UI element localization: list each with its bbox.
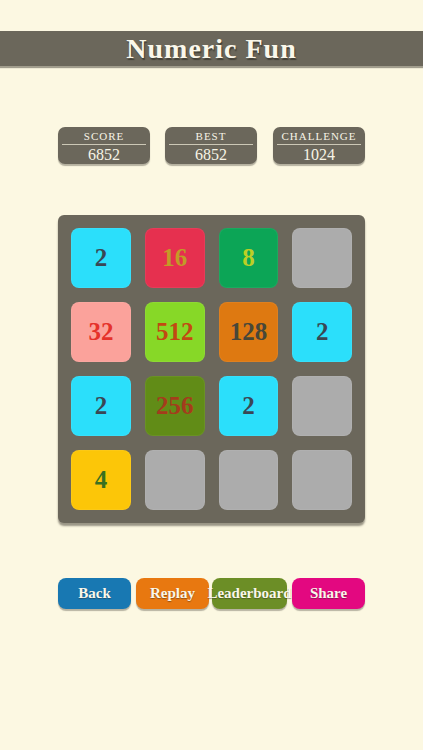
tile-r1c3: 8 [219,228,279,288]
best-value: 6852 [165,145,257,164]
challenge-label: CHALLENGE [277,128,361,145]
tile-r2c2: 512 [145,302,205,362]
score-label: SCORE [62,128,146,145]
back-button[interactable]: Back [58,578,131,609]
app-title: Numeric Fun [126,31,296,66]
best-label: BEST [169,128,253,145]
app-screen: Numeric Fun SCORE 6852 BEST 6852 CHALLEN… [0,0,423,750]
tile-r3c2: 256 [145,376,205,436]
best-box: BEST 6852 [165,127,257,164]
tile-r1c1: 2 [71,228,131,288]
score-box: SCORE 6852 [58,127,150,164]
game-board[interactable]: 2 16 8 32 512 128 2 2 256 2 4 [58,215,365,523]
challenge-box: CHALLENGE 1024 [273,127,365,164]
tile-r4c4 [292,450,352,510]
tile-r1c2: 16 [145,228,205,288]
tile-r1c4 [292,228,352,288]
tile-r4c1: 4 [71,450,131,510]
tile-r4c3 [219,450,279,510]
leaderboard-button[interactable]: Leaderboard [212,578,287,609]
replay-button[interactable]: Replay [136,578,209,609]
tile-r4c2 [145,450,205,510]
score-value: 6852 [58,145,150,164]
challenge-value: 1024 [273,145,365,164]
tile-r2c3: 128 [219,302,279,362]
title-bar: Numeric Fun [0,31,423,66]
tile-r3c4 [292,376,352,436]
share-button[interactable]: Share [292,578,365,609]
tile-r3c3: 2 [219,376,279,436]
tile-r2c4: 2 [292,302,352,362]
tile-r2c1: 32 [71,302,131,362]
tile-r3c1: 2 [71,376,131,436]
